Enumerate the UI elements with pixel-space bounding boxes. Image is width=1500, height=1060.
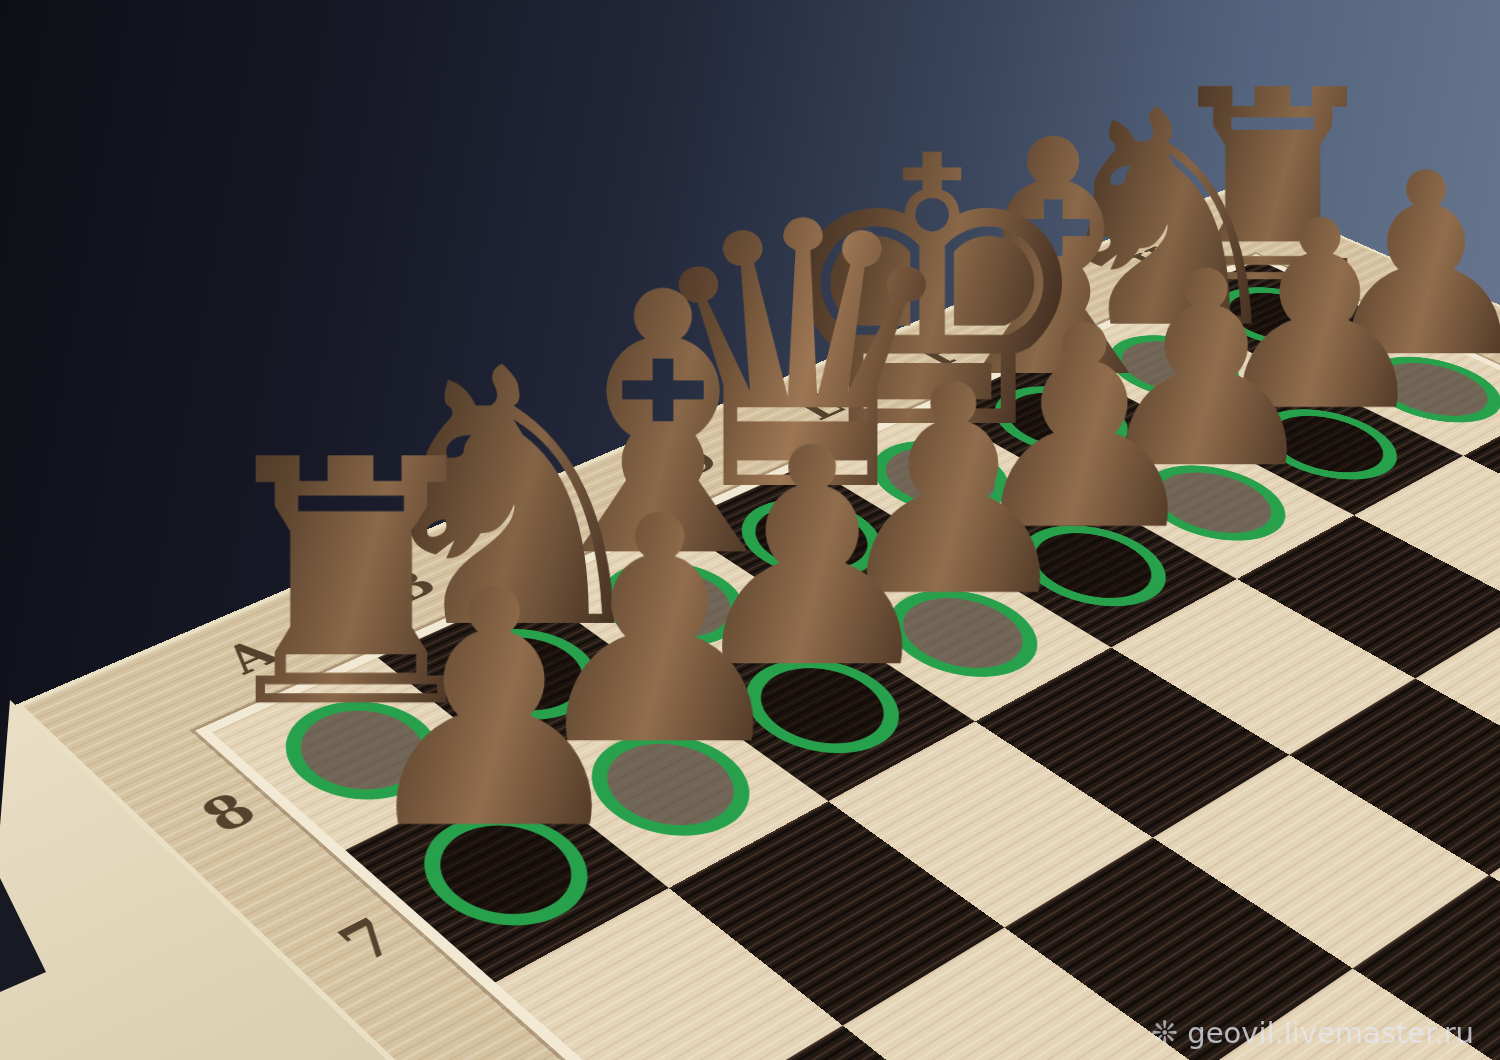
chess-board: ♜♟♞♟♝♟♚♟♛♟♝♟♞♟♜♟ ABCDEFGH 87654321 — [15, 187, 1500, 1060]
piece-pawn-a7: ♟ — [266, 549, 723, 875]
perspective-scene: ♜♟♞♟♝♟♚♟♛♟♝♟♞♟♜♟ ABCDEFGH 87654321 — [0, 0, 1500, 1060]
rank-label-7: 7 — [324, 907, 413, 974]
chess-photo: ♜♟♞♟♝♟♚♟♛♟♝♟♞♟♜♟ ABCDEFGH 87654321 ❊ geo… — [0, 0, 1500, 1060]
watermark-text: geovil.livemaster.ru — [1187, 1016, 1474, 1050]
watermark: ❊ geovil.livemaster.ru — [1151, 1014, 1474, 1052]
snowflake-icon: ❊ — [1151, 1014, 1178, 1052]
rank-label-8: 8 — [188, 783, 270, 842]
rank-label-6: 6 — [479, 1047, 576, 1060]
